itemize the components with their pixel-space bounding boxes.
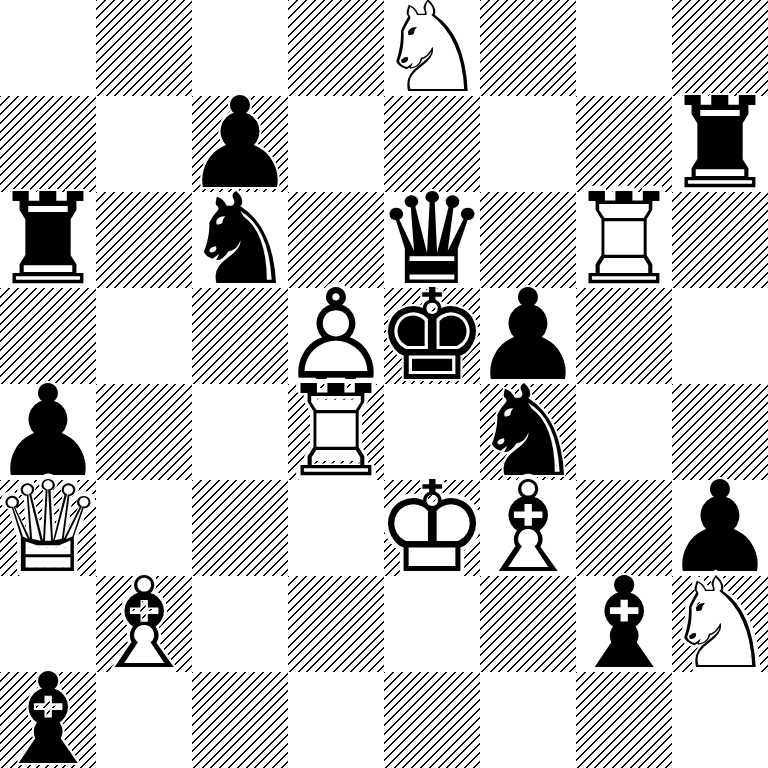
square-a2[interactable] (0, 576, 96, 672)
square-b7[interactable] (96, 96, 192, 192)
square-a8[interactable] (0, 0, 96, 96)
white-knight: ♞♘ (384, 0, 480, 96)
black-king-icon: ♚ (376, 273, 489, 399)
black-bishop-icon: ♝ (0, 657, 104, 768)
square-c7[interactable]: ♟ (192, 96, 288, 192)
black-queen: ♛ (384, 192, 480, 288)
black-pawn-icon: ♟ (184, 81, 297, 207)
white-king-fill: ♚ (372, 461, 492, 595)
square-e4[interactable] (384, 384, 480, 480)
black-queen-icon: ♛ (376, 177, 489, 303)
square-d4[interactable]: ♜♖ (288, 384, 384, 480)
square-c2[interactable] (192, 576, 288, 672)
square-b1[interactable] (96, 672, 192, 768)
square-h2[interactable]: ♞♘ (672, 576, 768, 672)
square-c3[interactable] (192, 480, 288, 576)
square-a6[interactable]: ♜ (0, 192, 96, 288)
black-rook-icon: ♜ (664, 81, 768, 207)
square-b6[interactable] (96, 192, 192, 288)
white-pawn: ♟♙ (288, 288, 384, 384)
white-pawn-icon: ♙ (280, 273, 393, 399)
square-a3[interactable]: ♛♕ (0, 480, 96, 576)
white-king: ♚♔ (384, 480, 480, 576)
square-f3[interactable]: ♝♗ (480, 480, 576, 576)
square-e8[interactable]: ♞♘ (384, 0, 480, 96)
white-rook: ♜♖ (288, 384, 384, 480)
square-h3[interactable]: ♟ (672, 480, 768, 576)
black-rook-icon: ♜ (0, 177, 104, 303)
black-king: ♚ (384, 288, 480, 384)
white-king-icon: ♔ (376, 465, 489, 591)
white-bishop-icon: ♗ (472, 465, 585, 591)
white-pawn-fill: ♟ (276, 269, 396, 403)
black-pawn: ♟ (0, 384, 96, 480)
square-a5[interactable] (0, 288, 96, 384)
square-c5[interactable] (192, 288, 288, 384)
black-pawn-icon: ♟ (0, 369, 104, 495)
square-d5[interactable]: ♟♙ (288, 288, 384, 384)
white-bishop-fill: ♝ (84, 557, 204, 691)
white-rook-fill: ♜ (564, 173, 684, 307)
square-h6[interactable] (672, 192, 768, 288)
black-bishop: ♝ (0, 672, 96, 768)
square-d1[interactable] (288, 672, 384, 768)
black-knight: ♞ (192, 192, 288, 288)
square-h8[interactable] (672, 0, 768, 96)
square-e2[interactable] (384, 576, 480, 672)
black-pawn: ♟ (480, 288, 576, 384)
square-f6[interactable] (480, 192, 576, 288)
square-f4[interactable]: ♞ (480, 384, 576, 480)
square-c6[interactable]: ♞ (192, 192, 288, 288)
black-knight-icon: ♞ (472, 369, 585, 495)
square-d7[interactable] (288, 96, 384, 192)
square-g6[interactable]: ♜♖ (576, 192, 672, 288)
square-g8[interactable] (576, 0, 672, 96)
square-g7[interactable] (576, 96, 672, 192)
square-c4[interactable] (192, 384, 288, 480)
square-d3[interactable] (288, 480, 384, 576)
black-rook: ♜ (0, 192, 96, 288)
square-e7[interactable] (384, 96, 480, 192)
square-f8[interactable] (480, 0, 576, 96)
black-pawn: ♟ (192, 96, 288, 192)
white-queen: ♛♕ (0, 480, 96, 576)
square-h4[interactable] (672, 384, 768, 480)
square-a1[interactable]: ♝ (0, 672, 96, 768)
square-e1[interactable] (384, 672, 480, 768)
square-f1[interactable] (480, 672, 576, 768)
black-pawn-icon: ♟ (472, 273, 585, 399)
white-queen-fill: ♛ (0, 461, 108, 595)
white-bishop-fill: ♝ (468, 461, 588, 595)
square-b3[interactable] (96, 480, 192, 576)
square-g2[interactable]: ♝ (576, 576, 672, 672)
square-h7[interactable]: ♜ (672, 96, 768, 192)
square-b8[interactable] (96, 0, 192, 96)
square-b2[interactable]: ♝♗ (96, 576, 192, 672)
square-c8[interactable] (192, 0, 288, 96)
square-d8[interactable] (288, 0, 384, 96)
square-b4[interactable] (96, 384, 192, 480)
square-a4[interactable]: ♟ (0, 384, 96, 480)
white-knight-fill: ♞ (660, 557, 768, 691)
square-f2[interactable] (480, 576, 576, 672)
white-bishop-icon: ♗ (88, 561, 201, 687)
square-a7[interactable] (0, 96, 96, 192)
white-knight: ♞♘ (672, 576, 768, 672)
square-g3[interactable] (576, 480, 672, 576)
black-bishop: ♝ (576, 576, 672, 672)
square-e3[interactable]: ♚♔ (384, 480, 480, 576)
black-rook: ♜ (672, 96, 768, 192)
black-pawn-icon: ♟ (664, 465, 768, 591)
square-d2[interactable] (288, 576, 384, 672)
black-bishop-icon: ♝ (568, 561, 681, 687)
square-e5[interactable]: ♚ (384, 288, 480, 384)
white-rook: ♜♖ (576, 192, 672, 288)
square-g5[interactable] (576, 288, 672, 384)
square-d6[interactable] (288, 192, 384, 288)
white-rook-icon: ♖ (568, 177, 681, 303)
black-knight-icon: ♞ (184, 177, 297, 303)
chess-board: ♞♘♟♜♜♞♛♜♖♟♙♚♟♟♜♖♞♛♕♚♔♝♗♟♝♗♝♞♘♝ (0, 0, 768, 768)
square-f5[interactable]: ♟ (480, 288, 576, 384)
square-h1[interactable] (672, 672, 768, 768)
white-knight-icon: ♘ (376, 0, 489, 111)
square-h5[interactable] (672, 288, 768, 384)
white-rook-fill: ♜ (276, 365, 396, 499)
square-b5[interactable] (96, 288, 192, 384)
white-rook-icon: ♖ (280, 369, 393, 495)
square-c1[interactable] (192, 672, 288, 768)
white-knight-icon: ♘ (664, 561, 768, 687)
white-bishop: ♝♗ (96, 576, 192, 672)
square-e6[interactable]: ♛ (384, 192, 480, 288)
white-bishop: ♝♗ (480, 480, 576, 576)
black-pawn: ♟ (672, 480, 768, 576)
black-knight: ♞ (480, 384, 576, 480)
square-g4[interactable] (576, 384, 672, 480)
square-f7[interactable] (480, 96, 576, 192)
square-g1[interactable] (576, 672, 672, 768)
white-queen-icon: ♕ (0, 465, 104, 591)
